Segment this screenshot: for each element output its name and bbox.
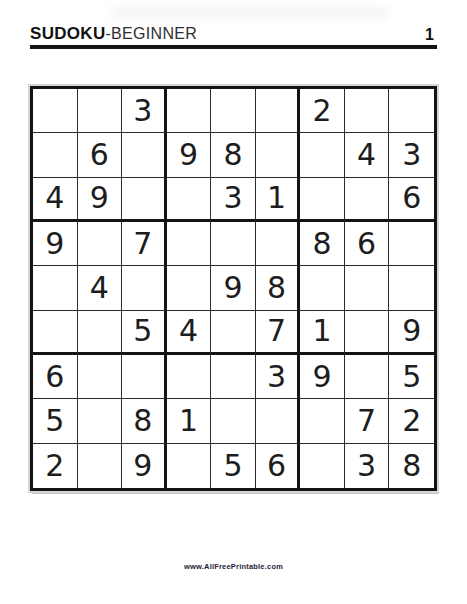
cell-r5c7-empty [300, 266, 345, 310]
cell-r7c7-given: 9 [300, 355, 345, 399]
cell-r4c3-given: 7 [122, 222, 167, 266]
cell-r3c5-given: 3 [211, 178, 256, 222]
cell-r3c7-empty [300, 178, 345, 222]
cell-r9c7-empty [300, 444, 345, 488]
page-number: 1 [425, 26, 437, 44]
cell-r6c1-empty [33, 311, 78, 355]
cell-r7c5-empty [211, 355, 256, 399]
sudoku-board: 326984349316978649854719639558172295638 [30, 86, 437, 491]
cell-r5c6-given: 8 [256, 266, 301, 310]
cell-r4c8-given: 6 [345, 222, 390, 266]
cell-r1c1-empty [33, 89, 78, 133]
cell-r3c4-empty [167, 178, 212, 222]
cell-r7c6-given: 3 [256, 355, 301, 399]
cell-r2c8-given: 4 [345, 133, 390, 177]
cell-r3c9-given: 6 [389, 178, 434, 222]
cell-r1c8-empty [345, 89, 390, 133]
cell-r7c1-given: 6 [33, 355, 78, 399]
cell-r7c2-empty [78, 355, 123, 399]
cell-r9c5-given: 5 [211, 444, 256, 488]
cell-r6c4-given: 4 [167, 311, 212, 355]
cell-r2c7-empty [300, 133, 345, 177]
cell-r9c8-given: 3 [345, 444, 390, 488]
cell-r4c5-empty [211, 222, 256, 266]
cell-r1c6-empty [256, 89, 301, 133]
cell-r3c6-given: 1 [256, 178, 301, 222]
cell-r1c3-given: 3 [122, 89, 167, 133]
cell-r2c9-given: 3 [389, 133, 434, 177]
cell-r8c3-given: 8 [122, 399, 167, 443]
cell-r8c1-given: 5 [33, 399, 78, 443]
cell-r6c7-given: 1 [300, 311, 345, 355]
cell-r2c5-given: 8 [211, 133, 256, 177]
cell-r8c8-given: 7 [345, 399, 390, 443]
cell-r6c9-given: 9 [389, 311, 434, 355]
cell-r5c3-empty [122, 266, 167, 310]
cell-r5c4-empty [167, 266, 212, 310]
cell-r7c3-empty [122, 355, 167, 399]
cell-r9c4-empty [167, 444, 212, 488]
cell-r5c8-empty [345, 266, 390, 310]
cell-r8c9-given: 2 [389, 399, 434, 443]
cell-r4c7-given: 8 [300, 222, 345, 266]
cell-r2c3-empty [122, 133, 167, 177]
cell-r6c3-given: 5 [122, 311, 167, 355]
cell-r1c7-given: 2 [300, 89, 345, 133]
cell-r7c9-given: 5 [389, 355, 434, 399]
cell-r2c2-given: 6 [78, 133, 123, 177]
cell-r8c2-empty [78, 399, 123, 443]
cell-r2c6-empty [256, 133, 301, 177]
cell-r9c2-empty [78, 444, 123, 488]
cell-r8c7-empty [300, 399, 345, 443]
cell-r9c1-given: 2 [33, 444, 78, 488]
cell-r4c1-given: 9 [33, 222, 78, 266]
cell-r9c3-given: 9 [122, 444, 167, 488]
cell-r5c5-given: 9 [211, 266, 256, 310]
cell-r3c2-given: 9 [78, 178, 123, 222]
cell-r3c3-empty [122, 178, 167, 222]
cell-r4c6-empty [256, 222, 301, 266]
cell-r9c6-given: 6 [256, 444, 301, 488]
cell-r2c4-given: 9 [167, 133, 212, 177]
cell-r1c4-empty [167, 89, 212, 133]
cell-r4c2-empty [78, 222, 123, 266]
cell-r7c4-empty [167, 355, 212, 399]
cell-r1c5-empty [211, 89, 256, 133]
cell-r5c1-empty [33, 266, 78, 310]
page-header: SUDOKU-BEGINNER 1 [30, 24, 437, 49]
cell-r6c6-given: 7 [256, 311, 301, 355]
cell-r9c9-given: 8 [389, 444, 434, 488]
cell-r3c1-given: 4 [33, 178, 78, 222]
cell-r6c5-empty [211, 311, 256, 355]
cell-r8c6-empty [256, 399, 301, 443]
cell-r6c2-empty [78, 311, 123, 355]
cell-r3c8-empty [345, 178, 390, 222]
cell-r1c2-empty [78, 89, 123, 133]
cell-r5c9-empty [389, 266, 434, 310]
cell-r4c4-empty [167, 222, 212, 266]
cell-r8c4-given: 1 [167, 399, 212, 443]
cell-r8c5-empty [211, 399, 256, 443]
scan-artifact [110, 7, 390, 19]
cell-r2c1-empty [33, 133, 78, 177]
cell-r5c2-given: 4 [78, 266, 123, 310]
page-title: SUDOKU-BEGINNER [30, 24, 197, 44]
page-title-level: -BEGINNER [105, 25, 197, 42]
footer-url: www.AllFreePrintable.com [0, 562, 467, 571]
cell-r7c8-empty [345, 355, 390, 399]
cell-r4c9-empty [389, 222, 434, 266]
cell-r1c9-empty [389, 89, 434, 133]
cell-r6c8-empty [345, 311, 390, 355]
page-title-word: SUDOKU [30, 24, 105, 43]
